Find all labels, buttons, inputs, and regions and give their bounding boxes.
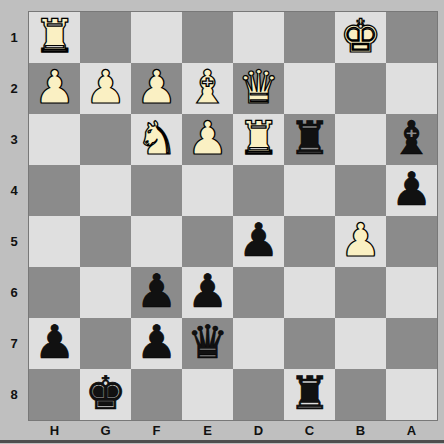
rank-label-8: 8 — [0, 369, 28, 420]
square-e7[interactable]: ♛ — [182, 318, 233, 369]
file-label-d: D — [233, 421, 284, 440]
rank-label-2: 2 — [0, 63, 28, 114]
square-f2[interactable]: ♟ — [131, 63, 182, 114]
square-f7[interactable]: ♟ — [131, 318, 182, 369]
rank-label-3: 3 — [0, 114, 28, 165]
square-e5[interactable] — [182, 216, 233, 267]
square-d1[interactable] — [233, 12, 284, 63]
square-b4[interactable] — [335, 165, 386, 216]
square-e6[interactable]: ♟ — [182, 267, 233, 318]
square-b6[interactable] — [335, 267, 386, 318]
square-g3[interactable] — [80, 114, 131, 165]
white-king-piece[interactable]: ♚ — [340, 12, 381, 62]
square-c2[interactable] — [284, 63, 335, 114]
file-label-g: G — [80, 421, 131, 440]
square-a5[interactable] — [386, 216, 437, 267]
square-h5[interactable] — [29, 216, 80, 267]
square-d5[interactable]: ♟ — [233, 216, 284, 267]
file-label-h: H — [29, 421, 80, 440]
square-g5[interactable] — [80, 216, 131, 267]
square-c7[interactable] — [284, 318, 335, 369]
square-c5[interactable] — [284, 216, 335, 267]
square-h1[interactable]: ♜ — [29, 12, 80, 63]
rank-labels: 12345678 — [0, 12, 28, 420]
black-pawn-piece[interactable]: ♟ — [34, 318, 75, 368]
square-f8[interactable] — [131, 369, 182, 420]
square-f5[interactable] — [131, 216, 182, 267]
black-queen-piece[interactable]: ♛ — [187, 318, 228, 368]
bottom-edge-line — [0, 440, 444, 443]
square-a3[interactable]: ♝ — [386, 114, 437, 165]
black-rook-piece[interactable]: ♜ — [289, 114, 330, 164]
square-d8[interactable] — [233, 369, 284, 420]
square-a6[interactable] — [386, 267, 437, 318]
square-c1[interactable] — [284, 12, 335, 63]
file-label-c: C — [284, 421, 335, 440]
file-label-e: E — [182, 421, 233, 440]
square-g2[interactable]: ♟ — [80, 63, 131, 114]
file-label-f: F — [131, 421, 182, 440]
board-frame: 12345678 ♜♚♟♟♟♝♛♞♟♜♜♝♟♟♟♟♟♟♟♛♚♜ HGFEDCBA — [0, 0, 444, 444]
rank-label-7: 7 — [0, 318, 28, 369]
square-b5[interactable]: ♟ — [335, 216, 386, 267]
square-h7[interactable]: ♟ — [29, 318, 80, 369]
white-pawn-piece[interactable]: ♟ — [34, 63, 75, 113]
square-e4[interactable] — [182, 165, 233, 216]
white-queen-piece[interactable]: ♛ — [238, 63, 279, 113]
square-a4[interactable]: ♟ — [386, 165, 437, 216]
square-g7[interactable] — [80, 318, 131, 369]
black-rook-piece[interactable]: ♜ — [289, 369, 330, 419]
white-pawn-piece[interactable]: ♟ — [340, 216, 381, 266]
square-h6[interactable] — [29, 267, 80, 318]
square-a1[interactable] — [386, 12, 437, 63]
black-pawn-piece[interactable]: ♟ — [238, 216, 279, 266]
file-label-b: B — [335, 421, 386, 440]
white-rook-piece[interactable]: ♜ — [34, 12, 75, 62]
square-a7[interactable] — [386, 318, 437, 369]
rank-label-5: 5 — [0, 216, 28, 267]
black-pawn-piece[interactable]: ♟ — [136, 267, 177, 317]
square-d4[interactable] — [233, 165, 284, 216]
black-pawn-piece[interactable]: ♟ — [187, 267, 228, 317]
black-king-piece[interactable]: ♚ — [85, 369, 126, 419]
square-h3[interactable] — [29, 114, 80, 165]
square-c8[interactable]: ♜ — [284, 369, 335, 420]
square-b3[interactable] — [335, 114, 386, 165]
square-d7[interactable] — [233, 318, 284, 369]
square-f4[interactable] — [131, 165, 182, 216]
white-pawn-piece[interactable]: ♟ — [187, 114, 228, 164]
square-a2[interactable] — [386, 63, 437, 114]
file-labels: HGFEDCBA — [29, 421, 437, 440]
white-rook-piece[interactable]: ♜ — [238, 114, 279, 164]
square-b8[interactable] — [335, 369, 386, 420]
square-c4[interactable] — [284, 165, 335, 216]
square-e2[interactable]: ♝ — [182, 63, 233, 114]
square-g4[interactable] — [80, 165, 131, 216]
square-g6[interactable] — [80, 267, 131, 318]
square-h8[interactable] — [29, 369, 80, 420]
rank-label-6: 6 — [0, 267, 28, 318]
square-d6[interactable] — [233, 267, 284, 318]
file-label-a: A — [386, 421, 437, 440]
square-f6[interactable]: ♟ — [131, 267, 182, 318]
white-knight-piece[interactable]: ♞ — [136, 114, 177, 164]
white-bishop-piece[interactable]: ♝ — [187, 63, 228, 113]
square-c3[interactable]: ♜ — [284, 114, 335, 165]
square-h2[interactable]: ♟ — [29, 63, 80, 114]
square-d3[interactable]: ♜ — [233, 114, 284, 165]
chess-board[interactable]: ♜♚♟♟♟♝♛♞♟♜♜♝♟♟♟♟♟♟♟♛♚♜ — [28, 11, 438, 421]
square-a8[interactable] — [386, 369, 437, 420]
square-f3[interactable]: ♞ — [131, 114, 182, 165]
square-g1[interactable] — [80, 12, 131, 63]
square-d2[interactable]: ♛ — [233, 63, 284, 114]
white-pawn-piece[interactable]: ♟ — [85, 63, 126, 113]
white-pawn-piece[interactable]: ♟ — [136, 63, 177, 113]
square-e1[interactable] — [182, 12, 233, 63]
rank-label-1: 1 — [0, 12, 28, 63]
rank-label-4: 4 — [0, 165, 28, 216]
square-h4[interactable] — [29, 165, 80, 216]
square-g8[interactable]: ♚ — [80, 369, 131, 420]
black-pawn-piece[interactable]: ♟ — [391, 165, 432, 215]
square-b2[interactable] — [335, 63, 386, 114]
square-b1[interactable]: ♚ — [335, 12, 386, 63]
black-pawn-piece[interactable]: ♟ — [136, 318, 177, 368]
square-e3[interactable]: ♟ — [182, 114, 233, 165]
square-e8[interactable] — [182, 369, 233, 420]
square-f1[interactable] — [131, 12, 182, 63]
square-b7[interactable] — [335, 318, 386, 369]
square-c6[interactable] — [284, 267, 335, 318]
black-bishop-piece[interactable]: ♝ — [391, 114, 432, 164]
